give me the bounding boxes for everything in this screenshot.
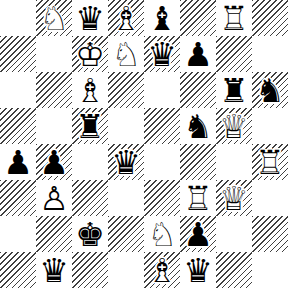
square-b4[interactable]: ♟ bbox=[36, 144, 72, 180]
square-d8[interactable]: ♝♗ bbox=[108, 0, 144, 36]
square-c1[interactable] bbox=[72, 252, 108, 288]
square-g3[interactable]: ♛♕ bbox=[216, 180, 252, 216]
square-g7[interactable] bbox=[216, 36, 252, 72]
square-b8[interactable]: ♞♘ bbox=[36, 0, 72, 36]
square-a4[interactable]: ♟ bbox=[0, 144, 36, 180]
square-h8[interactable] bbox=[252, 0, 288, 36]
white-queen-icon: ♕ bbox=[216, 180, 252, 216]
black-knight-icon: ♞ bbox=[252, 72, 288, 108]
square-b6[interactable] bbox=[36, 72, 72, 108]
square-f5[interactable]: ♞ bbox=[180, 108, 216, 144]
white-queen-fill: ♛ bbox=[216, 180, 252, 216]
square-g2[interactable] bbox=[216, 216, 252, 252]
white-bishop-fill: ♝ bbox=[108, 0, 144, 36]
square-g8[interactable]: ♜♖ bbox=[216, 0, 252, 36]
white-knight-fill: ♞ bbox=[144, 216, 180, 252]
white-bishop-fill: ♝ bbox=[72, 72, 108, 108]
square-h7[interactable] bbox=[252, 36, 288, 72]
square-b2[interactable] bbox=[36, 216, 72, 252]
square-h6[interactable]: ♞ bbox=[252, 72, 288, 108]
square-h4[interactable]: ♜♖ bbox=[252, 144, 288, 180]
white-king-fill: ♚ bbox=[72, 36, 108, 72]
square-h5[interactable] bbox=[252, 108, 288, 144]
white-knight-fill: ♞ bbox=[108, 36, 144, 72]
square-e8[interactable]: ♝ bbox=[144, 0, 180, 36]
white-queen-fill: ♛ bbox=[216, 108, 252, 144]
square-b7[interactable] bbox=[36, 36, 72, 72]
square-h3[interactable] bbox=[252, 180, 288, 216]
square-f3[interactable]: ♜♖ bbox=[180, 180, 216, 216]
black-rook-icon: ♜ bbox=[216, 72, 252, 108]
square-d5[interactable] bbox=[108, 108, 144, 144]
square-b5[interactable] bbox=[36, 108, 72, 144]
black-queen-icon: ♛ bbox=[144, 36, 180, 72]
square-f1[interactable]: ♛ bbox=[180, 252, 216, 288]
white-rook-icon: ♖ bbox=[180, 180, 216, 216]
square-f8[interactable] bbox=[180, 0, 216, 36]
white-rook-icon: ♖ bbox=[216, 0, 252, 36]
square-c6[interactable]: ♝♗ bbox=[72, 72, 108, 108]
white-pawn-icon: ♙ bbox=[36, 180, 72, 216]
black-pawn-icon: ♟ bbox=[180, 36, 216, 72]
square-e5[interactable] bbox=[144, 108, 180, 144]
square-g1[interactable] bbox=[216, 252, 252, 288]
white-knight-icon: ♘ bbox=[108, 36, 144, 72]
square-d2[interactable] bbox=[108, 216, 144, 252]
square-e4[interactable] bbox=[144, 144, 180, 180]
square-c5[interactable]: ♜ bbox=[72, 108, 108, 144]
white-knight-icon: ♘ bbox=[36, 0, 72, 36]
square-e7[interactable]: ♛ bbox=[144, 36, 180, 72]
square-a5[interactable] bbox=[0, 108, 36, 144]
square-c7[interactable]: ♚♔ bbox=[72, 36, 108, 72]
square-c8[interactable]: ♛ bbox=[72, 0, 108, 36]
square-f4[interactable] bbox=[180, 144, 216, 180]
white-queen-icon: ♕ bbox=[216, 108, 252, 144]
square-f7[interactable]: ♟ bbox=[180, 36, 216, 72]
square-g5[interactable]: ♛♕ bbox=[216, 108, 252, 144]
white-pawn-fill: ♟ bbox=[36, 180, 72, 216]
black-queen-icon: ♛ bbox=[72, 0, 108, 36]
white-bishop-icon: ♗ bbox=[108, 0, 144, 36]
white-rook-icon: ♖ bbox=[252, 144, 288, 180]
square-h1[interactable] bbox=[252, 252, 288, 288]
black-bishop-icon: ♝ bbox=[144, 0, 180, 36]
square-a7[interactable] bbox=[0, 36, 36, 72]
square-a2[interactable] bbox=[0, 216, 36, 252]
white-bishop-icon: ♗ bbox=[144, 252, 180, 288]
black-queen-icon: ♛ bbox=[36, 252, 72, 288]
black-knight-icon: ♞ bbox=[180, 108, 216, 144]
square-d4[interactable]: ♛ bbox=[108, 144, 144, 180]
square-e1[interactable]: ♝♗ bbox=[144, 252, 180, 288]
black-king-icon: ♚ bbox=[72, 216, 108, 252]
square-f6[interactable] bbox=[180, 72, 216, 108]
black-pawn-icon: ♟ bbox=[180, 216, 216, 252]
square-e3[interactable] bbox=[144, 180, 180, 216]
white-rook-fill: ♜ bbox=[180, 180, 216, 216]
square-a1[interactable] bbox=[0, 252, 36, 288]
white-rook-fill: ♜ bbox=[252, 144, 288, 180]
black-queen-icon: ♛ bbox=[180, 252, 216, 288]
square-e2[interactable]: ♞♘ bbox=[144, 216, 180, 252]
square-c3[interactable] bbox=[72, 180, 108, 216]
chess-board: ♞♘♛♝♗♝♜♖♚♔♞♘♛♟♝♗♜♞♜♞♛♕♟♟♛♜♖♟♙♜♖♛♕♚♞♘♟♛♝♗… bbox=[0, 0, 288, 288]
white-king-icon: ♔ bbox=[72, 36, 108, 72]
square-e6[interactable] bbox=[144, 72, 180, 108]
black-queen-icon: ♛ bbox=[108, 144, 144, 180]
white-bishop-fill: ♝ bbox=[144, 252, 180, 288]
square-c2[interactable]: ♚ bbox=[72, 216, 108, 252]
square-g4[interactable] bbox=[216, 144, 252, 180]
square-a6[interactable] bbox=[0, 72, 36, 108]
square-b1[interactable]: ♛ bbox=[36, 252, 72, 288]
square-d1[interactable] bbox=[108, 252, 144, 288]
square-d6[interactable] bbox=[108, 72, 144, 108]
square-h2[interactable] bbox=[252, 216, 288, 252]
square-f2[interactable]: ♟ bbox=[180, 216, 216, 252]
white-bishop-icon: ♗ bbox=[72, 72, 108, 108]
square-g6[interactable]: ♜ bbox=[216, 72, 252, 108]
square-a3[interactable] bbox=[0, 180, 36, 216]
black-pawn-icon: ♟ bbox=[0, 144, 36, 180]
square-b3[interactable]: ♟♙ bbox=[36, 180, 72, 216]
white-knight-fill: ♞ bbox=[36, 0, 72, 36]
black-pawn-icon: ♟ bbox=[36, 144, 72, 180]
square-c4[interactable] bbox=[72, 144, 108, 180]
square-a8[interactable] bbox=[0, 0, 36, 36]
black-rook-icon: ♜ bbox=[72, 108, 108, 144]
square-d7[interactable]: ♞♘ bbox=[108, 36, 144, 72]
square-d3[interactable] bbox=[108, 180, 144, 216]
white-rook-fill: ♜ bbox=[216, 0, 252, 36]
white-knight-icon: ♘ bbox=[144, 216, 180, 252]
